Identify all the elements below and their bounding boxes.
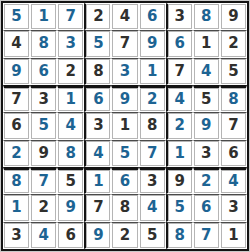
cell-r3c7[interactable]: 7 bbox=[166, 58, 193, 85]
cell-r8c9[interactable]: 3 bbox=[220, 194, 247, 221]
cell-r9c8[interactable]: 7 bbox=[193, 222, 220, 249]
cell-r2c2[interactable]: 8 bbox=[30, 30, 57, 57]
cell-r3c9[interactable]: 5 bbox=[220, 58, 247, 85]
cell-r3c3[interactable]: 2 bbox=[57, 58, 84, 85]
cell-r7c2[interactable]: 7 bbox=[30, 167, 57, 194]
cell-r1c1[interactable]: 5 bbox=[3, 3, 30, 30]
cell-r8c3[interactable]: 9 bbox=[57, 194, 84, 221]
cell-r3c4[interactable]: 8 bbox=[84, 58, 111, 85]
cell-r1c7[interactable]: 3 bbox=[166, 3, 193, 30]
cell-r2c9[interactable]: 2 bbox=[220, 30, 247, 57]
cell-r8c8[interactable]: 6 bbox=[193, 194, 220, 221]
cell-r9c2[interactable]: 4 bbox=[30, 222, 57, 249]
cell-r4c2[interactable]: 3 bbox=[30, 85, 57, 112]
cell-r7c1[interactable]: 8 bbox=[3, 167, 30, 194]
cell-r4c8[interactable]: 5 bbox=[193, 85, 220, 112]
cell-r4c7[interactable]: 4 bbox=[166, 85, 193, 112]
cell-r9c3[interactable]: 6 bbox=[57, 222, 84, 249]
cell-r6c8[interactable]: 3 bbox=[193, 140, 220, 167]
cell-r5c1[interactable]: 6 bbox=[3, 112, 30, 139]
cell-r1c3[interactable]: 7 bbox=[57, 3, 84, 30]
cell-r8c5[interactable]: 8 bbox=[111, 194, 138, 221]
cell-r6c5[interactable]: 5 bbox=[111, 140, 138, 167]
cell-r6c6[interactable]: 7 bbox=[139, 140, 166, 167]
cell-r6c9[interactable]: 6 bbox=[220, 140, 247, 167]
cell-r2c4[interactable]: 5 bbox=[84, 30, 111, 57]
cell-r2c3[interactable]: 3 bbox=[57, 30, 84, 57]
cell-r2c8[interactable]: 1 bbox=[193, 30, 220, 57]
cell-r7c6[interactable]: 3 bbox=[139, 167, 166, 194]
cell-r7c7[interactable]: 9 bbox=[166, 167, 193, 194]
cell-r2c7[interactable]: 6 bbox=[166, 30, 193, 57]
cell-r9c7[interactable]: 8 bbox=[166, 222, 193, 249]
cell-r3c2[interactable]: 6 bbox=[30, 58, 57, 85]
cell-r5c8[interactable]: 9 bbox=[193, 112, 220, 139]
cell-r1c9[interactable]: 9 bbox=[220, 3, 247, 30]
cell-r2c5[interactable]: 7 bbox=[111, 30, 138, 57]
cell-r4c9[interactable]: 8 bbox=[220, 85, 247, 112]
cell-r7c8[interactable]: 2 bbox=[193, 167, 220, 194]
cell-r9c9[interactable]: 1 bbox=[220, 222, 247, 249]
cell-r9c1[interactable]: 3 bbox=[3, 222, 30, 249]
cell-r1c5[interactable]: 4 bbox=[111, 3, 138, 30]
cell-r4c5[interactable]: 9 bbox=[111, 85, 138, 112]
cell-r7c9[interactable]: 4 bbox=[220, 167, 247, 194]
cell-r8c4[interactable]: 7 bbox=[84, 194, 111, 221]
cell-r2c1[interactable]: 4 bbox=[3, 30, 30, 57]
cell-r4c3[interactable]: 1 bbox=[57, 85, 84, 112]
cell-r4c1[interactable]: 7 bbox=[3, 85, 30, 112]
cell-r7c4[interactable]: 1 bbox=[84, 167, 111, 194]
cell-r4c4[interactable]: 6 bbox=[84, 85, 111, 112]
cell-r6c7[interactable]: 1 bbox=[166, 140, 193, 167]
cell-r2c6[interactable]: 9 bbox=[139, 30, 166, 57]
cell-r8c7[interactable]: 5 bbox=[166, 194, 193, 221]
cell-r8c2[interactable]: 2 bbox=[30, 194, 57, 221]
cell-r1c8[interactable]: 8 bbox=[193, 3, 220, 30]
cell-r9c6[interactable]: 5 bbox=[139, 222, 166, 249]
cell-r5c7[interactable]: 2 bbox=[166, 112, 193, 139]
cell-r3c8[interactable]: 4 bbox=[193, 58, 220, 85]
cell-r9c4[interactable]: 9 bbox=[84, 222, 111, 249]
sudoku-board: 5172463894835796129628317457316924586543… bbox=[1, 1, 249, 251]
cell-r6c4[interactable]: 4 bbox=[84, 140, 111, 167]
sudoku-app-frame: 5172463894835796129628317457316924586543… bbox=[0, 0, 250, 252]
cell-r1c2[interactable]: 1 bbox=[30, 3, 57, 30]
cell-r5c4[interactable]: 3 bbox=[84, 112, 111, 139]
cell-r3c1[interactable]: 9 bbox=[3, 58, 30, 85]
cell-r1c6[interactable]: 6 bbox=[139, 3, 166, 30]
cell-r6c3[interactable]: 8 bbox=[57, 140, 84, 167]
cell-r6c2[interactable]: 9 bbox=[30, 140, 57, 167]
cell-r3c5[interactable]: 3 bbox=[111, 58, 138, 85]
cell-r4c6[interactable]: 2 bbox=[139, 85, 166, 112]
cell-r7c5[interactable]: 6 bbox=[111, 167, 138, 194]
cell-r5c9[interactable]: 7 bbox=[220, 112, 247, 139]
cell-r6c1[interactable]: 2 bbox=[3, 140, 30, 167]
cell-r5c2[interactable]: 5 bbox=[30, 112, 57, 139]
cell-r5c3[interactable]: 4 bbox=[57, 112, 84, 139]
cell-r3c6[interactable]: 1 bbox=[139, 58, 166, 85]
cell-r5c5[interactable]: 1 bbox=[111, 112, 138, 139]
cell-r1c4[interactable]: 2 bbox=[84, 3, 111, 30]
cell-r8c6[interactable]: 4 bbox=[139, 194, 166, 221]
cell-r5c6[interactable]: 8 bbox=[139, 112, 166, 139]
cell-r9c5[interactable]: 2 bbox=[111, 222, 138, 249]
cell-r7c3[interactable]: 5 bbox=[57, 167, 84, 194]
cell-r8c1[interactable]: 1 bbox=[3, 194, 30, 221]
